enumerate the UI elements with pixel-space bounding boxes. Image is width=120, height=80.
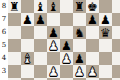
square-c4[interactable] [34, 52, 47, 65]
square-c5[interactable] [34, 39, 47, 52]
square-e7[interactable] [60, 13, 73, 26]
square-f5[interactable] [73, 39, 86, 52]
square-a8[interactable]: ♜ [8, 0, 21, 13]
square-a4[interactable] [8, 52, 21, 65]
square-f6[interactable]: ♞ [73, 26, 86, 39]
square-c3[interactable] [34, 65, 47, 78]
square-c7[interactable]: ♟ [34, 13, 47, 26]
piece-black-bishop: ♝ [47, 0, 60, 13]
piece-black-pawn: ♟ [73, 52, 86, 65]
square-c8[interactable]: ♝ [34, 0, 47, 13]
rank-label-7: 7 [0, 13, 8, 26]
piece-black-pawn: ♟ [21, 13, 34, 26]
piece-white-pawn: ♟ [86, 65, 99, 78]
square-h3[interactable] [99, 65, 112, 78]
piece-black-rook: ♜ [73, 0, 86, 13]
piece-white-pawn: ♟ [60, 52, 73, 65]
partial-square [112, 52, 120, 65]
piece-white-pawn: ♟ [47, 39, 60, 52]
square-f3[interactable]: ♟ [73, 65, 86, 78]
piece-black-queen: ♛ [99, 26, 112, 39]
square-b7[interactable]: ♟ [21, 13, 34, 26]
rank-label-3: 3 [0, 65, 8, 78]
piece-black-king: ♚ [86, 0, 99, 13]
square-g3[interactable]: ♟ [86, 65, 99, 78]
square-h5[interactable] [99, 39, 112, 52]
rank-label-6: 6 [0, 26, 8, 39]
piece-black-pawn: ♟ [99, 13, 112, 26]
rank-label-8: 8 [0, 0, 8, 13]
square-h7[interactable]: ♟ [99, 13, 112, 26]
piece-black-pawn: ♟ [34, 13, 47, 26]
square-a5[interactable] [8, 39, 21, 52]
partial-square [112, 65, 120, 78]
rank-label-5: 5 [0, 39, 8, 52]
square-g7[interactable]: ♟ [86, 13, 99, 26]
square-e4[interactable]: ♟ [60, 52, 73, 65]
square-d7[interactable] [47, 13, 60, 26]
partial-square [112, 78, 120, 80]
square-f4[interactable]: ♟ [73, 52, 86, 65]
piece-black-pawn: ♟ [47, 26, 60, 39]
square-h6[interactable]: ♛ [99, 26, 112, 39]
chess-board: ♜♝♝♜♚♟♟♟♟♟♞♛♟♟♝♟♟♟♟♟ [8, 0, 120, 80]
partial-square [112, 39, 120, 52]
chess-diagram: 876543 ♜♝♝♜♚♟♟♟♟♟♞♛♟♟♝♟♟♟♟♟ [0, 0, 120, 80]
piece-black-knight: ♞ [73, 26, 86, 39]
piece-black-pawn: ♟ [60, 39, 73, 52]
square-g8[interactable]: ♚ [86, 0, 99, 13]
square-d8[interactable]: ♝ [47, 0, 60, 13]
partial-square [47, 78, 60, 80]
square-e3[interactable] [60, 65, 73, 78]
square-h4[interactable] [99, 52, 112, 65]
square-e6[interactable] [60, 26, 73, 39]
partial-square [73, 78, 86, 80]
piece-white-bishop: ♝ [21, 52, 34, 65]
piece-black-bishop: ♝ [34, 0, 47, 13]
piece-black-rook: ♜ [8, 0, 21, 13]
square-d6[interactable]: ♟ [47, 26, 60, 39]
square-g5[interactable] [86, 39, 99, 52]
square-d5[interactable]: ♟ [47, 39, 60, 52]
piece-black-pawn: ♟ [86, 13, 99, 26]
partial-square [99, 78, 112, 80]
piece-white-pawn: ♟ [47, 65, 60, 78]
partial-square [86, 78, 99, 80]
square-d4[interactable] [47, 52, 60, 65]
square-f8[interactable]: ♜ [73, 0, 86, 13]
square-e5[interactable]: ♟ [60, 39, 73, 52]
square-h8[interactable] [99, 0, 112, 13]
rank-label-4: 4 [0, 52, 8, 65]
partial-square [8, 78, 21, 80]
partial-square [60, 78, 73, 80]
square-d3[interactable]: ♟ [47, 65, 60, 78]
square-a6[interactable] [8, 26, 21, 39]
square-a3[interactable] [8, 65, 21, 78]
partial-square [21, 78, 34, 80]
rank-label-column: 876543 [0, 0, 8, 80]
square-b5[interactable] [21, 39, 34, 52]
square-e8[interactable] [60, 0, 73, 13]
square-b6[interactable] [21, 26, 34, 39]
partial-square [112, 0, 120, 13]
partial-square [112, 26, 120, 39]
partial-square [112, 13, 120, 26]
square-a7[interactable] [8, 13, 21, 26]
square-b4[interactable]: ♝ [21, 52, 34, 65]
square-b8[interactable] [21, 0, 34, 13]
square-f7[interactable] [73, 13, 86, 26]
square-c6[interactable] [34, 26, 47, 39]
square-b3[interactable] [21, 65, 34, 78]
square-g4[interactable] [86, 52, 99, 65]
square-g6[interactable] [86, 26, 99, 39]
partial-square [34, 78, 47, 80]
piece-white-pawn: ♟ [73, 65, 86, 78]
